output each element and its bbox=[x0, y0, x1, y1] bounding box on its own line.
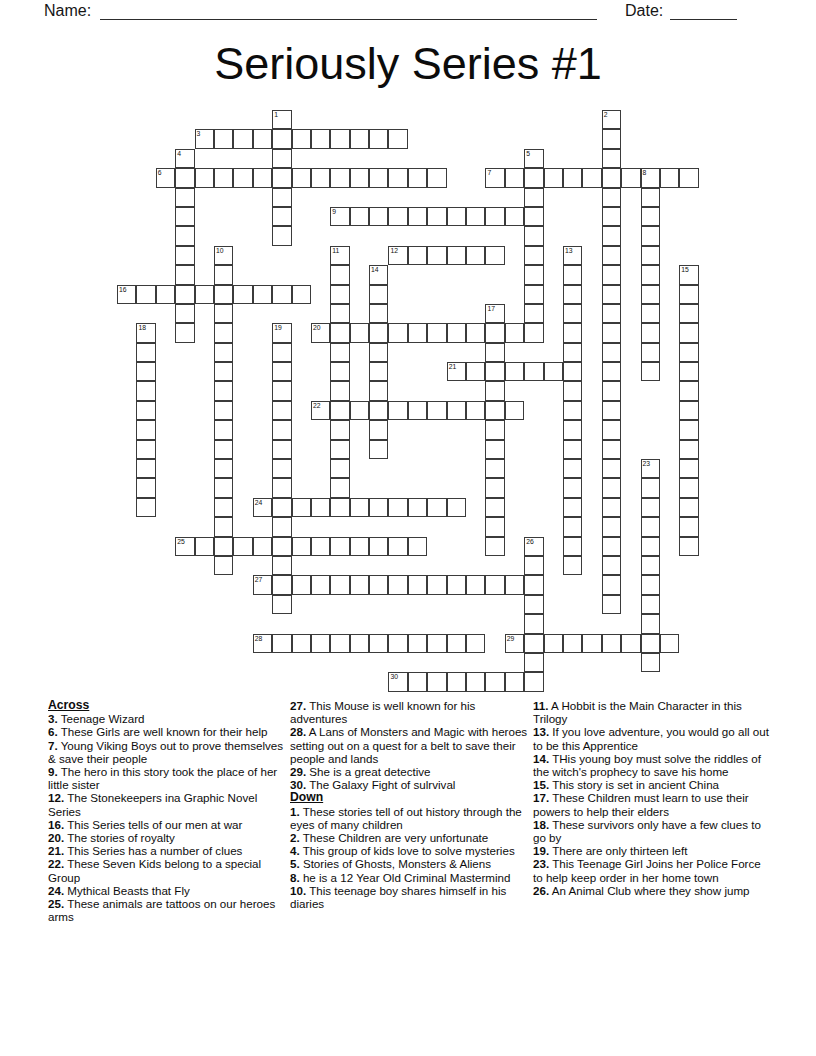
grid-cell-r7c23[interactable]: 13 bbox=[563, 246, 582, 265]
grid-cell-r20c13[interactable] bbox=[369, 498, 388, 517]
grid-cell-r20c8[interactable] bbox=[272, 498, 291, 517]
grid-cell-r27c26[interactable] bbox=[621, 634, 640, 653]
grid-cell-r22c15[interactable] bbox=[408, 537, 427, 556]
grid-cell-r5c15[interactable] bbox=[408, 207, 427, 226]
grid-cell-r14c1[interactable] bbox=[136, 381, 155, 400]
grid-cell-r27c22[interactable] bbox=[544, 634, 563, 653]
grid-cell-r9c9[interactable] bbox=[292, 285, 311, 304]
grid-cell-r7c21[interactable] bbox=[524, 246, 543, 265]
grid-cell-r6c3[interactable] bbox=[175, 226, 194, 245]
grid-cell-r22c3[interactable]: 25 bbox=[175, 537, 194, 556]
grid-cell-r20c5[interactable] bbox=[214, 498, 233, 517]
grid-cell-r20c12[interactable] bbox=[350, 498, 369, 517]
grid-cell-r15c11[interactable] bbox=[330, 401, 349, 420]
grid-cell-r15c20[interactable] bbox=[505, 401, 524, 420]
grid-cell-r24c9[interactable] bbox=[292, 575, 311, 594]
grid-cell-r24c25[interactable] bbox=[602, 575, 621, 594]
grid-cell-r12c19[interactable] bbox=[485, 343, 504, 362]
grid-cell-r3c14[interactable] bbox=[388, 168, 407, 187]
grid-cell-r24c18[interactable] bbox=[466, 575, 485, 594]
grid-cell-r2c8[interactable] bbox=[272, 149, 291, 168]
grid-cell-r10c25[interactable] bbox=[602, 304, 621, 323]
grid-cell-r12c11[interactable] bbox=[330, 343, 349, 362]
grid-cell-r15c29[interactable] bbox=[679, 401, 698, 420]
grid-cell-r9c0[interactable]: 16 bbox=[117, 285, 136, 304]
grid-cell-r27c25[interactable] bbox=[602, 634, 621, 653]
grid-cell-r11c3[interactable] bbox=[175, 323, 194, 342]
grid-cell-r12c29[interactable] bbox=[679, 343, 698, 362]
grid-cell-r8c25[interactable] bbox=[602, 265, 621, 284]
grid-cell-r18c1[interactable] bbox=[136, 459, 155, 478]
grid-cell-r7c14[interactable]: 12 bbox=[388, 246, 407, 265]
grid-cell-r9c4[interactable] bbox=[195, 285, 214, 304]
grid-cell-r2c25[interactable] bbox=[602, 149, 621, 168]
grid-cell-r4c25[interactable] bbox=[602, 188, 621, 207]
grid-cell-r1c9[interactable] bbox=[292, 129, 311, 148]
grid-cell-r5c19[interactable] bbox=[485, 207, 504, 226]
grid-cell-r18c27[interactable]: 23 bbox=[641, 459, 660, 478]
grid-cell-r16c1[interactable] bbox=[136, 420, 155, 439]
grid-cell-r11c5[interactable] bbox=[214, 323, 233, 342]
grid-cell-r5c20[interactable] bbox=[505, 207, 524, 226]
grid-cell-r27c18[interactable] bbox=[466, 634, 485, 653]
grid-cell-r17c1[interactable] bbox=[136, 440, 155, 459]
grid-cell-r13c5[interactable] bbox=[214, 362, 233, 381]
grid-cell-r22c5[interactable] bbox=[214, 537, 233, 556]
grid-cell-r1c6[interactable] bbox=[233, 129, 252, 148]
grid-cell-r1c14[interactable] bbox=[388, 129, 407, 148]
grid-cell-r3c28[interactable] bbox=[660, 168, 679, 187]
grid-cell-r9c2[interactable] bbox=[156, 285, 175, 304]
grid-cell-r6c25[interactable] bbox=[602, 226, 621, 245]
grid-cell-r6c8[interactable] bbox=[272, 226, 291, 245]
grid-cell-r3c5[interactable] bbox=[214, 168, 233, 187]
grid-cell-r29c17[interactable] bbox=[447, 672, 466, 691]
grid-cell-r13c20[interactable] bbox=[505, 362, 524, 381]
grid-cell-r3c9[interactable] bbox=[292, 168, 311, 187]
grid-cell-r22c8[interactable] bbox=[272, 537, 291, 556]
grid-cell-r15c8[interactable] bbox=[272, 401, 291, 420]
grid-cell-r9c25[interactable] bbox=[602, 285, 621, 304]
grid-cell-r3c29[interactable] bbox=[679, 168, 698, 187]
grid-cell-r25c21[interactable] bbox=[524, 595, 543, 614]
grid-cell-r15c5[interactable] bbox=[214, 401, 233, 420]
grid-cell-r27c17[interactable] bbox=[447, 634, 466, 653]
grid-cell-r22c25[interactable] bbox=[602, 537, 621, 556]
grid-cell-r17c13[interactable] bbox=[369, 440, 388, 459]
grid-cell-r19c29[interactable] bbox=[679, 478, 698, 497]
grid-cell-r8c21[interactable] bbox=[524, 265, 543, 284]
grid-cell-r12c8[interactable] bbox=[272, 343, 291, 362]
grid-cell-r11c8[interactable]: 19 bbox=[272, 323, 291, 342]
grid-cell-r2c3[interactable]: 4 bbox=[175, 149, 194, 168]
grid-cell-r10c11[interactable] bbox=[330, 304, 349, 323]
grid-cell-r10c3[interactable] bbox=[175, 304, 194, 323]
grid-cell-r3c15[interactable] bbox=[408, 168, 427, 187]
grid-cell-r9c5[interactable] bbox=[214, 285, 233, 304]
grid-cell-r7c3[interactable] bbox=[175, 246, 194, 265]
grid-cell-r16c25[interactable] bbox=[602, 420, 621, 439]
grid-cell-r25c27[interactable] bbox=[641, 595, 660, 614]
grid-cell-r14c8[interactable] bbox=[272, 381, 291, 400]
grid-cell-r16c13[interactable] bbox=[369, 420, 388, 439]
grid-cell-r21c5[interactable] bbox=[214, 517, 233, 536]
grid-cell-r17c19[interactable] bbox=[485, 440, 504, 459]
grid-cell-r11c27[interactable] bbox=[641, 323, 660, 342]
grid-cell-r22c4[interactable] bbox=[195, 537, 214, 556]
grid-cell-r20c15[interactable] bbox=[408, 498, 427, 517]
grid-cell-r24c16[interactable] bbox=[427, 575, 446, 594]
grid-cell-r26c27[interactable] bbox=[641, 614, 660, 633]
grid-cell-r9c8[interactable] bbox=[272, 285, 291, 304]
grid-cell-r24c13[interactable] bbox=[369, 575, 388, 594]
grid-cell-r7c16[interactable] bbox=[427, 246, 446, 265]
grid-cell-r3c19[interactable]: 7 bbox=[485, 168, 504, 187]
grid-cell-r27c24[interactable] bbox=[582, 634, 601, 653]
grid-cell-r13c11[interactable] bbox=[330, 362, 349, 381]
grid-cell-r8c3[interactable] bbox=[175, 265, 194, 284]
grid-cell-r25c25[interactable] bbox=[602, 595, 621, 614]
grid-cell-r5c8[interactable] bbox=[272, 207, 291, 226]
grid-cell-r5c16[interactable] bbox=[427, 207, 446, 226]
grid-cell-r15c14[interactable] bbox=[388, 401, 407, 420]
grid-cell-r18c8[interactable] bbox=[272, 459, 291, 478]
grid-cell-r9c23[interactable] bbox=[563, 285, 582, 304]
grid-cell-r0c25[interactable]: 2 bbox=[602, 110, 621, 129]
grid-cell-r12c13[interactable] bbox=[369, 343, 388, 362]
grid-cell-r27c27[interactable] bbox=[641, 634, 660, 653]
grid-cell-r22c9[interactable] bbox=[292, 537, 311, 556]
grid-cell-r12c27[interactable] bbox=[641, 343, 660, 362]
grid-cell-r7c27[interactable] bbox=[641, 246, 660, 265]
grid-cell-r11c17[interactable] bbox=[447, 323, 466, 342]
grid-cell-r3c3[interactable] bbox=[175, 168, 194, 187]
grid-cell-r24c12[interactable] bbox=[350, 575, 369, 594]
grid-cell-r4c21[interactable] bbox=[524, 188, 543, 207]
grid-cell-r20c10[interactable] bbox=[311, 498, 330, 517]
grid-cell-r9c27[interactable] bbox=[641, 285, 660, 304]
grid-cell-r23c27[interactable] bbox=[641, 556, 660, 575]
grid-cell-r19c27[interactable] bbox=[641, 478, 660, 497]
grid-cell-r13c29[interactable] bbox=[679, 362, 698, 381]
grid-cell-r3c22[interactable] bbox=[544, 168, 563, 187]
grid-cell-r27c23[interactable] bbox=[563, 634, 582, 653]
grid-cell-r13c13[interactable] bbox=[369, 362, 388, 381]
grid-cell-r23c21[interactable] bbox=[524, 556, 543, 575]
grid-cell-r8c13[interactable]: 14 bbox=[369, 265, 388, 284]
grid-cell-r27c11[interactable] bbox=[330, 634, 349, 653]
grid-cell-r12c25[interactable] bbox=[602, 343, 621, 362]
grid-cell-r13c27[interactable] bbox=[641, 362, 660, 381]
grid-cell-r17c5[interactable] bbox=[214, 440, 233, 459]
grid-cell-r1c10[interactable] bbox=[311, 129, 330, 148]
grid-cell-r22c12[interactable] bbox=[350, 537, 369, 556]
grid-cell-r7c17[interactable] bbox=[447, 246, 466, 265]
grid-cell-r1c4[interactable]: 3 bbox=[195, 129, 214, 148]
grid-cell-r25c8[interactable] bbox=[272, 595, 291, 614]
grid-cell-r11c21[interactable] bbox=[524, 323, 543, 342]
grid-cell-r22c13[interactable] bbox=[369, 537, 388, 556]
grid-cell-r1c25[interactable] bbox=[602, 129, 621, 148]
grid-cell-r11c25[interactable] bbox=[602, 323, 621, 342]
grid-cell-r17c11[interactable] bbox=[330, 440, 349, 459]
grid-cell-r2c21[interactable]: 5 bbox=[524, 149, 543, 168]
grid-cell-r0c8[interactable]: 1 bbox=[272, 110, 291, 129]
grid-cell-r24c8[interactable] bbox=[272, 575, 291, 594]
grid-cell-r22c19[interactable] bbox=[485, 537, 504, 556]
grid-cell-r11c18[interactable] bbox=[466, 323, 485, 342]
grid-cell-r19c11[interactable] bbox=[330, 478, 349, 497]
grid-cell-r19c1[interactable] bbox=[136, 478, 155, 497]
grid-cell-r11c20[interactable] bbox=[505, 323, 524, 342]
grid-cell-r15c19[interactable] bbox=[485, 401, 504, 420]
grid-cell-r5c12[interactable] bbox=[350, 207, 369, 226]
grid-cell-r20c16[interactable] bbox=[427, 498, 446, 517]
grid-cell-r9c3[interactable] bbox=[175, 285, 194, 304]
grid-cell-r27c7[interactable]: 28 bbox=[253, 634, 272, 653]
grid-cell-r23c8[interactable] bbox=[272, 556, 291, 575]
grid-cell-r27c14[interactable] bbox=[388, 634, 407, 653]
grid-cell-r5c27[interactable] bbox=[641, 207, 660, 226]
grid-cell-r3c25[interactable] bbox=[602, 168, 621, 187]
grid-cell-r27c8[interactable] bbox=[272, 634, 291, 653]
grid-cell-r13c21[interactable] bbox=[524, 362, 543, 381]
grid-cell-r14c5[interactable] bbox=[214, 381, 233, 400]
grid-cell-r13c19[interactable] bbox=[485, 362, 504, 381]
grid-cell-r14c25[interactable] bbox=[602, 381, 621, 400]
grid-cell-r5c25[interactable] bbox=[602, 207, 621, 226]
grid-cell-r28c27[interactable] bbox=[641, 653, 660, 672]
grid-cell-r10c5[interactable] bbox=[214, 304, 233, 323]
grid-cell-r1c11[interactable] bbox=[330, 129, 349, 148]
grid-cell-r24c14[interactable] bbox=[388, 575, 407, 594]
grid-cell-r18c5[interactable] bbox=[214, 459, 233, 478]
grid-cell-r22c11[interactable] bbox=[330, 537, 349, 556]
grid-cell-r15c16[interactable] bbox=[427, 401, 446, 420]
grid-cell-r5c13[interactable] bbox=[369, 207, 388, 226]
grid-cell-r24c15[interactable] bbox=[408, 575, 427, 594]
grid-cell-r1c7[interactable] bbox=[253, 129, 272, 148]
grid-cell-r13c23[interactable] bbox=[563, 362, 582, 381]
grid-cell-r12c23[interactable] bbox=[563, 343, 582, 362]
grid-cell-r21c19[interactable] bbox=[485, 517, 504, 536]
grid-cell-r13c17[interactable]: 21 bbox=[447, 362, 466, 381]
grid-cell-r29c14[interactable]: 30 bbox=[388, 672, 407, 691]
grid-cell-r20c17[interactable] bbox=[447, 498, 466, 517]
grid-cell-r4c8[interactable] bbox=[272, 188, 291, 207]
grid-cell-r27c10[interactable] bbox=[311, 634, 330, 653]
grid-cell-r20c23[interactable] bbox=[563, 498, 582, 517]
grid-cell-r16c23[interactable] bbox=[563, 420, 582, 439]
grid-cell-r18c25[interactable] bbox=[602, 459, 621, 478]
grid-cell-r20c29[interactable] bbox=[679, 498, 698, 517]
grid-cell-r19c19[interactable] bbox=[485, 478, 504, 497]
grid-cell-r8c23[interactable] bbox=[563, 265, 582, 284]
grid-cell-r13c25[interactable] bbox=[602, 362, 621, 381]
grid-cell-r3c16[interactable] bbox=[427, 168, 446, 187]
grid-cell-r15c25[interactable] bbox=[602, 401, 621, 420]
grid-cell-r13c1[interactable] bbox=[136, 362, 155, 381]
grid-cell-r10c19[interactable]: 17 bbox=[485, 304, 504, 323]
grid-cell-r28c21[interactable] bbox=[524, 653, 543, 672]
grid-cell-r7c19[interactable] bbox=[485, 246, 504, 265]
grid-cell-r22c23[interactable] bbox=[563, 537, 582, 556]
grid-cell-r3c10[interactable] bbox=[311, 168, 330, 187]
grid-cell-r5c11[interactable]: 9 bbox=[330, 207, 349, 226]
grid-cell-r26c21[interactable] bbox=[524, 614, 543, 633]
grid-cell-r22c7[interactable] bbox=[253, 537, 272, 556]
grid-cell-r9c29[interactable] bbox=[679, 285, 698, 304]
grid-cell-r9c6[interactable] bbox=[233, 285, 252, 304]
grid-cell-r20c7[interactable]: 24 bbox=[253, 498, 272, 517]
grid-cell-r24c10[interactable] bbox=[311, 575, 330, 594]
grid-cell-r18c29[interactable] bbox=[679, 459, 698, 478]
grid-cell-r16c5[interactable] bbox=[214, 420, 233, 439]
grid-cell-r20c14[interactable] bbox=[388, 498, 407, 517]
grid-cell-r1c13[interactable] bbox=[369, 129, 388, 148]
grid-cell-r21c25[interactable] bbox=[602, 517, 621, 536]
grid-cell-r29c16[interactable] bbox=[427, 672, 446, 691]
grid-cell-r5c3[interactable] bbox=[175, 207, 194, 226]
grid-cell-r14c23[interactable] bbox=[563, 381, 582, 400]
grid-cell-r11c15[interactable] bbox=[408, 323, 427, 342]
grid-cell-r6c27[interactable] bbox=[641, 226, 660, 245]
grid-cell-r16c11[interactable] bbox=[330, 420, 349, 439]
grid-cell-r7c5[interactable]: 10 bbox=[214, 246, 233, 265]
grid-cell-r27c13[interactable] bbox=[369, 634, 388, 653]
grid-cell-r11c10[interactable]: 20 bbox=[311, 323, 330, 342]
grid-cell-r12c1[interactable] bbox=[136, 343, 155, 362]
grid-cell-r5c21[interactable] bbox=[524, 207, 543, 226]
grid-cell-r24c17[interactable] bbox=[447, 575, 466, 594]
grid-cell-r6c21[interactable] bbox=[524, 226, 543, 245]
grid-cell-r9c7[interactable] bbox=[253, 285, 272, 304]
grid-cell-r3c20[interactable] bbox=[505, 168, 524, 187]
grid-cell-r13c22[interactable] bbox=[544, 362, 563, 381]
grid-cell-r22c6[interactable] bbox=[233, 537, 252, 556]
grid-cell-r15c1[interactable] bbox=[136, 401, 155, 420]
grid-cell-r16c19[interactable] bbox=[485, 420, 504, 439]
grid-cell-r29c15[interactable] bbox=[408, 672, 427, 691]
grid-cell-r24c7[interactable]: 27 bbox=[253, 575, 272, 594]
grid-cell-r27c9[interactable] bbox=[292, 634, 311, 653]
grid-cell-r3c23[interactable] bbox=[563, 168, 582, 187]
grid-cell-r7c18[interactable] bbox=[466, 246, 485, 265]
grid-cell-r3c26[interactable] bbox=[621, 168, 640, 187]
grid-cell-r9c13[interactable] bbox=[369, 285, 388, 304]
grid-cell-r15c17[interactable] bbox=[447, 401, 466, 420]
grid-cell-r10c27[interactable] bbox=[641, 304, 660, 323]
grid-cell-r21c23[interactable] bbox=[563, 517, 582, 536]
grid-cell-r17c23[interactable] bbox=[563, 440, 582, 459]
grid-cell-r13c18[interactable] bbox=[466, 362, 485, 381]
grid-cell-r11c1[interactable]: 18 bbox=[136, 323, 155, 342]
grid-cell-r3c6[interactable] bbox=[233, 168, 252, 187]
grid-cell-r24c27[interactable] bbox=[641, 575, 660, 594]
grid-cell-r12c5[interactable] bbox=[214, 343, 233, 362]
grid-cell-r3c2[interactable]: 6 bbox=[156, 168, 175, 187]
grid-cell-r10c29[interactable] bbox=[679, 304, 698, 323]
grid-cell-r20c19[interactable] bbox=[485, 498, 504, 517]
grid-cell-r24c20[interactable] bbox=[505, 575, 524, 594]
grid-cell-r1c12[interactable] bbox=[350, 129, 369, 148]
grid-cell-r19c5[interactable] bbox=[214, 478, 233, 497]
grid-cell-r7c15[interactable] bbox=[408, 246, 427, 265]
grid-cell-r15c12[interactable] bbox=[350, 401, 369, 420]
grid-cell-r10c23[interactable] bbox=[563, 304, 582, 323]
grid-cell-r20c11[interactable] bbox=[330, 498, 349, 517]
grid-cell-r11c19[interactable] bbox=[485, 323, 504, 342]
grid-cell-r14c19[interactable] bbox=[485, 381, 504, 400]
grid-cell-r5c14[interactable] bbox=[388, 207, 407, 226]
grid-cell-r24c19[interactable] bbox=[485, 575, 504, 594]
grid-cell-r18c23[interactable] bbox=[563, 459, 582, 478]
grid-cell-r22c21[interactable]: 26 bbox=[524, 537, 543, 556]
grid-cell-r11c12[interactable] bbox=[350, 323, 369, 342]
grid-cell-r4c3[interactable] bbox=[175, 188, 194, 207]
grid-cell-r15c15[interactable] bbox=[408, 401, 427, 420]
grid-cell-r11c23[interactable] bbox=[563, 323, 582, 342]
grid-cell-r14c13[interactable] bbox=[369, 381, 388, 400]
grid-cell-r29c20[interactable] bbox=[505, 672, 524, 691]
grid-cell-r19c8[interactable] bbox=[272, 478, 291, 497]
grid-cell-r4c27[interactable] bbox=[641, 188, 660, 207]
grid-cell-r5c17[interactable] bbox=[447, 207, 466, 226]
grid-cell-r21c27[interactable] bbox=[641, 517, 660, 536]
grid-cell-r8c27[interactable] bbox=[641, 265, 660, 284]
grid-cell-r16c8[interactable] bbox=[272, 420, 291, 439]
grid-cell-r16c29[interactable] bbox=[679, 420, 698, 439]
grid-cell-r27c12[interactable] bbox=[350, 634, 369, 653]
grid-cell-r11c13[interactable] bbox=[369, 323, 388, 342]
grid-cell-r27c28[interactable] bbox=[660, 634, 679, 653]
grid-cell-r17c29[interactable] bbox=[679, 440, 698, 459]
grid-cell-r3c27[interactable]: 8 bbox=[641, 168, 660, 187]
grid-cell-r11c16[interactable] bbox=[427, 323, 446, 342]
grid-cell-r3c13[interactable] bbox=[369, 168, 388, 187]
grid-cell-r18c11[interactable] bbox=[330, 459, 349, 478]
grid-cell-r1c8[interactable] bbox=[272, 129, 291, 148]
grid-cell-r14c11[interactable] bbox=[330, 381, 349, 400]
grid-cell-r29c19[interactable] bbox=[485, 672, 504, 691]
grid-cell-r7c25[interactable] bbox=[602, 246, 621, 265]
grid-cell-r15c18[interactable] bbox=[466, 401, 485, 420]
grid-cell-r27c21[interactable] bbox=[524, 634, 543, 653]
grid-cell-r15c23[interactable] bbox=[563, 401, 582, 420]
grid-cell-r20c25[interactable] bbox=[602, 498, 621, 517]
grid-cell-r27c15[interactable] bbox=[408, 634, 427, 653]
grid-cell-r23c23[interactable] bbox=[563, 556, 582, 575]
grid-cell-r3c11[interactable] bbox=[330, 168, 349, 187]
grid-cell-r14c29[interactable] bbox=[679, 381, 698, 400]
grid-cell-r27c20[interactable]: 29 bbox=[505, 634, 524, 653]
grid-cell-r29c21[interactable] bbox=[524, 672, 543, 691]
grid-cell-r18c19[interactable] bbox=[485, 459, 504, 478]
grid-cell-r9c21[interactable] bbox=[524, 285, 543, 304]
grid-cell-r3c7[interactable] bbox=[253, 168, 272, 187]
grid-cell-r9c1[interactable] bbox=[136, 285, 155, 304]
grid-cell-r24c11[interactable] bbox=[330, 575, 349, 594]
grid-cell-r8c11[interactable] bbox=[330, 265, 349, 284]
grid-cell-r3c12[interactable] bbox=[350, 168, 369, 187]
grid-cell-r22c14[interactable] bbox=[388, 537, 407, 556]
grid-cell-r17c25[interactable] bbox=[602, 440, 621, 459]
grid-cell-r24c21[interactable] bbox=[524, 575, 543, 594]
grid-cell-r20c1[interactable] bbox=[136, 498, 155, 517]
grid-cell-r10c21[interactable] bbox=[524, 304, 543, 323]
grid-cell-r22c29[interactable] bbox=[679, 537, 698, 556]
grid-cell-r23c5[interactable] bbox=[214, 556, 233, 575]
